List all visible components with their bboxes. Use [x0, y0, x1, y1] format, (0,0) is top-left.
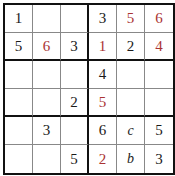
cell-r3c6[interactable]	[145, 61, 173, 89]
board-wrapper: 135656312442536c552b3	[0, 0, 175, 175]
cell-r2c6[interactable]: 4	[145, 33, 173, 61]
cell-r1c5[interactable]: 5	[117, 5, 145, 33]
cell-r4c6[interactable]	[145, 89, 173, 117]
cell-r2c3[interactable]: 3	[61, 33, 89, 61]
cell-r4c1[interactable]	[5, 89, 33, 117]
cell-r4c5[interactable]	[117, 89, 145, 117]
cell-r6c3[interactable]: 5	[61, 145, 89, 173]
cell-r5c6[interactable]: 5	[145, 117, 173, 145]
cell-r2c5[interactable]: 2	[117, 33, 145, 61]
cell-r1c1[interactable]: 1	[5, 5, 33, 33]
cell-r5c4[interactable]: 6	[89, 117, 117, 145]
cell-r6c6[interactable]: 3	[145, 145, 173, 173]
cell-r2c4[interactable]: 1	[89, 33, 117, 61]
cell-r1c2[interactable]	[33, 5, 61, 33]
cell-r1c6[interactable]: 6	[145, 5, 173, 33]
cell-r5c2[interactable]: 3	[33, 117, 61, 145]
cell-r1c3[interactable]	[61, 5, 89, 33]
cell-r6c5[interactable]: b	[117, 145, 145, 173]
sudoku-board: 135656312442536c552b3	[3, 3, 175, 175]
cell-r2c1[interactable]: 5	[5, 33, 33, 61]
cell-r3c5[interactable]	[117, 61, 145, 89]
cell-r4c4[interactable]: 5	[89, 89, 117, 117]
cell-r4c3[interactable]: 2	[61, 89, 89, 117]
cell-r6c2[interactable]	[33, 145, 61, 173]
cell-r3c4[interactable]: 4	[89, 61, 117, 89]
cell-r1c4[interactable]: 3	[89, 5, 117, 33]
cell-r3c3[interactable]	[61, 61, 89, 89]
cell-r6c1[interactable]	[5, 145, 33, 173]
cell-r5c1[interactable]	[5, 117, 33, 145]
cell-r4c2[interactable]	[33, 89, 61, 117]
cell-r5c3[interactable]	[61, 117, 89, 145]
cell-r5c5[interactable]: c	[117, 117, 145, 145]
cell-r3c1[interactable]	[5, 61, 33, 89]
cell-r2c2[interactable]: 6	[33, 33, 61, 61]
cell-r3c2[interactable]	[33, 61, 61, 89]
cell-r6c4[interactable]: 2	[89, 145, 117, 173]
